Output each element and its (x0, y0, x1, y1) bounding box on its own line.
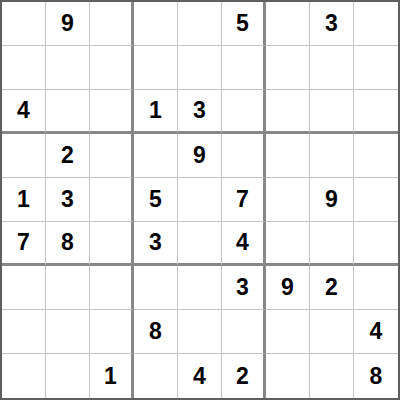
cell-r8c7[interactable] (266, 310, 310, 354)
cell-r4c8[interactable] (310, 134, 354, 178)
cell-r6c8[interactable] (310, 222, 354, 266)
cell-r3c2[interactable] (46, 90, 90, 134)
cell-r4c5: 9 (178, 134, 222, 178)
given-digit: 5 (149, 188, 162, 211)
cell-r4c7[interactable] (266, 134, 310, 178)
cell-r5c3[interactable] (90, 178, 134, 222)
cell-r6c5[interactable] (178, 222, 222, 266)
cell-r7c4[interactable] (134, 266, 178, 310)
cell-r5c8: 9 (310, 178, 354, 222)
sudoku-board: 95341329135797834392841428 (0, 0, 400, 400)
cell-r5c5[interactable] (178, 178, 222, 222)
cell-r7c5[interactable] (178, 266, 222, 310)
given-digit: 7 (236, 188, 249, 211)
cell-r7c8: 2 (310, 266, 354, 310)
given-digit: 8 (370, 365, 383, 388)
cell-r1c3[interactable] (90, 2, 134, 46)
cell-r8c9: 4 (354, 310, 398, 354)
cell-r1c7[interactable] (266, 2, 310, 46)
given-digit: 2 (236, 365, 249, 388)
cell-r2c2[interactable] (46, 46, 90, 90)
given-digit: 4 (370, 320, 383, 343)
given-digit: 3 (61, 188, 74, 211)
cell-r9c6: 2 (222, 354, 266, 398)
cell-r1c2: 9 (46, 2, 90, 46)
cell-r5c7[interactable] (266, 178, 310, 222)
given-digit: 2 (325, 276, 338, 299)
given-digit: 4 (17, 99, 30, 122)
cell-r7c1[interactable] (2, 266, 46, 310)
cell-r3c8[interactable] (310, 90, 354, 134)
cell-r4c3[interactable] (90, 134, 134, 178)
given-digit: 9 (325, 188, 338, 211)
cell-r8c2[interactable] (46, 310, 90, 354)
given-digit: 3 (236, 276, 249, 299)
cell-r3c3[interactable] (90, 90, 134, 134)
cell-r8c8[interactable] (310, 310, 354, 354)
cell-r1c6: 5 (222, 2, 266, 46)
cell-r8c4: 8 (134, 310, 178, 354)
cell-r9c2[interactable] (46, 354, 90, 398)
cell-r9c5: 4 (178, 354, 222, 398)
cell-r7c3[interactable] (90, 266, 134, 310)
cell-r1c8: 3 (310, 2, 354, 46)
cell-r2c8[interactable] (310, 46, 354, 90)
cell-r5c2: 3 (46, 178, 90, 222)
given-digit: 4 (193, 365, 206, 388)
cell-r2c3[interactable] (90, 46, 134, 90)
cell-r3c9[interactable] (354, 90, 398, 134)
cell-r4c4[interactable] (134, 134, 178, 178)
cell-r5c9[interactable] (354, 178, 398, 222)
given-digit: 3 (193, 99, 206, 122)
cell-r6c9[interactable] (354, 222, 398, 266)
cell-r8c6[interactable] (222, 310, 266, 354)
cell-r4c6[interactable] (222, 134, 266, 178)
cell-r4c9[interactable] (354, 134, 398, 178)
given-digit: 2 (61, 144, 74, 167)
cell-r6c6: 4 (222, 222, 266, 266)
cell-r9c4[interactable] (134, 354, 178, 398)
cell-r1c4[interactable] (134, 2, 178, 46)
cell-r9c3: 1 (90, 354, 134, 398)
cell-r6c7[interactable] (266, 222, 310, 266)
cell-r7c2[interactable] (46, 266, 90, 310)
cell-r6c2: 8 (46, 222, 90, 266)
given-digit: 3 (325, 12, 338, 35)
given-digit: 9 (193, 144, 206, 167)
given-digit: 8 (149, 320, 162, 343)
cell-r3c4: 1 (134, 90, 178, 134)
cell-r3c6[interactable] (222, 90, 266, 134)
cell-r8c5[interactable] (178, 310, 222, 354)
cell-r1c9[interactable] (354, 2, 398, 46)
cell-r7c7: 9 (266, 266, 310, 310)
given-digit: 1 (17, 188, 30, 211)
cell-r3c1: 4 (2, 90, 46, 134)
given-digit: 8 (61, 231, 74, 254)
cell-r3c7[interactable] (266, 90, 310, 134)
cell-r2c9[interactable] (354, 46, 398, 90)
cell-r6c4: 3 (134, 222, 178, 266)
given-digit: 3 (149, 231, 162, 254)
cell-r6c1: 7 (2, 222, 46, 266)
cell-r7c6: 3 (222, 266, 266, 310)
cell-r7c9[interactable] (354, 266, 398, 310)
cell-r4c1[interactable] (2, 134, 46, 178)
cell-r5c1: 1 (2, 178, 46, 222)
given-digit: 1 (104, 365, 117, 388)
cell-r3c5: 3 (178, 90, 222, 134)
cell-r5c6: 7 (222, 178, 266, 222)
cell-r9c7[interactable] (266, 354, 310, 398)
cell-r4c2: 2 (46, 134, 90, 178)
given-digit: 1 (149, 99, 162, 122)
cell-r8c1[interactable] (2, 310, 46, 354)
cell-r9c9: 8 (354, 354, 398, 398)
given-digit: 7 (17, 231, 30, 254)
cell-r2c5[interactable] (178, 46, 222, 90)
cell-r8c3[interactable] (90, 310, 134, 354)
given-digit: 9 (61, 12, 74, 35)
cell-r9c8[interactable] (310, 354, 354, 398)
cell-r5c4: 5 (134, 178, 178, 222)
given-digit: 4 (236, 231, 249, 254)
cell-r2c1[interactable] (2, 46, 46, 90)
given-digit: 5 (236, 12, 249, 35)
cell-r1c1[interactable] (2, 2, 46, 46)
cell-r2c4[interactable] (134, 46, 178, 90)
given-digit: 9 (281, 276, 294, 299)
cell-r2c7[interactable] (266, 46, 310, 90)
cell-r2c6[interactable] (222, 46, 266, 90)
cell-r6c3[interactable] (90, 222, 134, 266)
cell-r9c1[interactable] (2, 354, 46, 398)
cell-r1c5[interactable] (178, 2, 222, 46)
